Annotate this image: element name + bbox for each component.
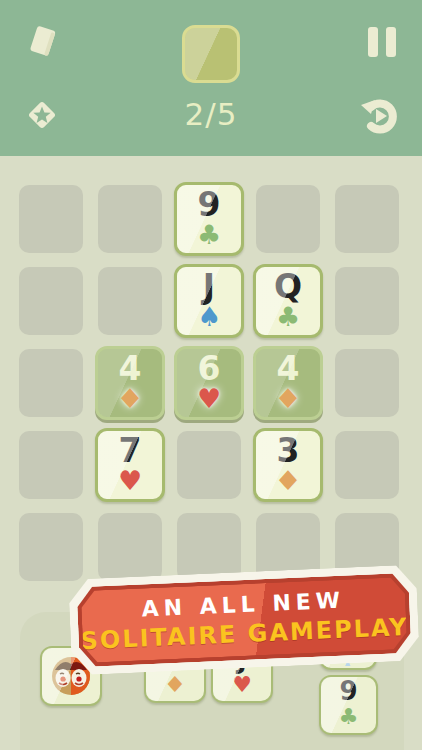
board-card-6-hearts-highlighted[interactable]: 6 ♥ <box>174 346 244 420</box>
card-rank: 9 <box>198 186 221 223</box>
diamonds-suit-icon: ♦ <box>116 385 145 413</box>
pause-button[interactable] <box>368 27 398 57</box>
grid-slot-r1c5[interactable] <box>335 185 399 253</box>
diamonds-suit-icon: ♦ <box>274 385 303 413</box>
grid-slot-r1c4[interactable] <box>256 185 320 253</box>
pause-icon <box>368 27 378 57</box>
grid-slot-r5c2[interactable] <box>98 513 162 581</box>
card-rank: 9 <box>339 678 357 705</box>
grid-slot-r2c5[interactable] <box>335 267 399 335</box>
board-card-j-spades[interactable]: J ♠ <box>174 264 244 338</box>
card-rank: 7 <box>119 432 142 469</box>
app-screen: 2/5 <box>0 0 422 750</box>
clubs-suit-icon: ♣ <box>339 705 359 729</box>
grid-slot-r2c1[interactable] <box>19 267 83 335</box>
board-card-4-diamonds-highlighted[interactable]: 4 ♦ <box>253 346 323 420</box>
board-card-q-clubs[interactable]: Q ♣ <box>253 264 323 338</box>
board-card-3-diamonds[interactable]: 3 ♦ <box>253 428 323 502</box>
pause-icon <box>386 27 396 57</box>
header-bar: 2/5 <box>0 0 422 156</box>
hearts-suit-icon: ♥ <box>197 385 221 413</box>
clubs-suit-icon: ♣ <box>276 303 300 331</box>
board-card-7-hearts[interactable]: 7 ♥ <box>95 428 165 502</box>
board-card-4-diamonds-highlighted[interactable]: 4 ♦ <box>95 346 165 420</box>
hand-card-9-clubs[interactable]: 9 ♣ <box>319 675 378 735</box>
hearts-suit-icon: ♥ <box>232 673 252 697</box>
card-rank: 4 <box>119 350 142 387</box>
undo-button[interactable] <box>358 94 402 138</box>
spades-suit-icon: ♠ <box>197 303 221 331</box>
deck-card-back[interactable] <box>182 25 240 83</box>
card-rank: 3 <box>277 432 300 469</box>
grid-slot-r4c3[interactable] <box>177 431 241 499</box>
card-rank: Q <box>274 268 302 305</box>
grid-slot-r2c2[interactable] <box>98 267 162 335</box>
card-rank: 4 <box>277 350 300 387</box>
grid-slot-r4c1[interactable] <box>19 431 83 499</box>
diamonds-suit-icon: ♦ <box>274 467 303 495</box>
card-rank: 6 <box>198 350 221 387</box>
banner-line2: SOLITAIRE GAMEPLAY <box>80 613 409 655</box>
undo-icon <box>358 94 402 138</box>
card-rank: J <box>203 268 215 305</box>
grid-slot-r3c5[interactable] <box>335 349 399 417</box>
grid-slot-r4c5[interactable] <box>335 431 399 499</box>
grid-slot-r3c1[interactable] <box>19 349 83 417</box>
grid-slot-r5c1[interactable] <box>19 513 83 581</box>
grid-slot-r5c3[interactable] <box>177 513 241 581</box>
banner-body: AN ALL NEW SOLITAIRE GAMEPLAY <box>81 577 408 663</box>
rules-book-button[interactable] <box>24 22 62 62</box>
grid-slot-r1c2[interactable] <box>98 185 162 253</box>
grid-slot-r1c1[interactable] <box>19 185 83 253</box>
board-card-9-clubs[interactable]: 9 ♣ <box>174 182 244 256</box>
hearts-suit-icon: ♥ <box>118 467 142 495</box>
promo-banner: AN ALL NEW SOLITAIRE GAMEPLAY <box>68 564 420 675</box>
clubs-suit-icon: ♣ <box>197 221 221 249</box>
diamonds-suit-icon: ♦ <box>163 673 186 697</box>
book-icon <box>24 22 62 62</box>
